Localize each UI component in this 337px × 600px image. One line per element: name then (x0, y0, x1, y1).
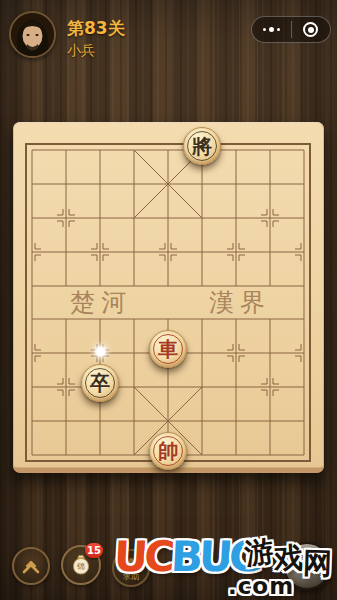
bag-glyph: 锦 (76, 562, 85, 571)
piece-ring (187, 131, 217, 161)
chevron-up-icon (21, 558, 41, 575)
exit-button[interactable] (292, 17, 331, 42)
target-icon (303, 22, 318, 37)
move-hint-dot[interactable] (94, 345, 107, 358)
help-button[interactable]: 求助 (112, 549, 150, 587)
level-title: 第83关 (67, 18, 125, 39)
counter-text: 40 (237, 558, 254, 572)
piece-ring (85, 368, 115, 398)
miniprogram-capsule (251, 16, 331, 43)
collapse-button[interactable] (12, 547, 50, 585)
piece-layer: 將車卒帥 (15, 133, 321, 472)
dark-sphere-button[interactable] (283, 542, 331, 590)
help-label: 求助 (123, 573, 139, 581)
gourd-icon (124, 556, 138, 572)
hint-count-badge: 15 (85, 543, 103, 558)
player-name: 小兵 (67, 42, 125, 60)
black-soldier[interactable]: 卒 (81, 364, 119, 402)
more-button[interactable] (252, 17, 291, 42)
ellipsis-icon (263, 27, 280, 32)
avatar (9, 11, 56, 58)
red-chariot[interactable]: 車 (149, 330, 187, 368)
red-general[interactable]: 帥 (149, 432, 187, 470)
avatar-face-art (11, 13, 54, 56)
app-screen: 第83关 小兵 (0, 0, 337, 600)
black-general[interactable]: 將 (183, 127, 221, 165)
watermark-tld: .com (228, 573, 294, 599)
piece-ring (153, 436, 183, 466)
piece-ring (153, 334, 183, 364)
